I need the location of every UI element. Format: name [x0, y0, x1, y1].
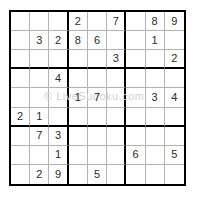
given-digit: 9: [171, 16, 177, 27]
given-digit: 7: [113, 16, 119, 27]
cell-r8c7[interactable]: 6: [126, 146, 145, 165]
cell-r2c9[interactable]: [165, 31, 184, 50]
cell-r6c1[interactable]: 2: [11, 108, 30, 127]
given-digit: 9: [55, 169, 61, 180]
cell-r8c8[interactable]: [146, 146, 165, 165]
cell-r7c2[interactable]: 7: [30, 127, 49, 146]
given-digit: 3: [36, 35, 42, 46]
cell-r4c1[interactable]: [11, 69, 30, 88]
cell-r4c4[interactable]: [69, 69, 88, 88]
cell-r3c8[interactable]: [146, 50, 165, 69]
given-digit: 5: [171, 149, 177, 160]
cell-r3c1[interactable]: [11, 50, 30, 69]
given-digit: 6: [94, 35, 100, 46]
cell-r1c3[interactable]: [49, 12, 68, 31]
cell-r6c2[interactable]: 1: [30, 108, 49, 127]
sudoku-board: 27893286132417342173165295: [9, 10, 186, 186]
given-digit: 2: [17, 111, 23, 122]
cell-r1c5[interactable]: [88, 12, 107, 31]
cell-r8c3[interactable]: 1: [49, 146, 68, 165]
cell-r4c3[interactable]: 4: [49, 69, 68, 88]
given-digit: 4: [171, 92, 177, 103]
cell-r1c9[interactable]: 9: [165, 12, 184, 31]
cell-r4c7[interactable]: [126, 69, 145, 88]
cell-r1c6[interactable]: 7: [107, 12, 126, 31]
cell-r5c9[interactable]: 4: [165, 88, 184, 107]
cell-r2c8[interactable]: 1: [146, 31, 165, 50]
cell-r7c4[interactable]: [69, 127, 88, 146]
cell-r4c9[interactable]: [165, 69, 184, 88]
given-digit: 6: [132, 149, 138, 160]
cell-r1c1[interactable]: [11, 12, 30, 31]
cell-r3c2[interactable]: [30, 50, 49, 69]
cell-r6c3[interactable]: [49, 108, 68, 127]
cell-r9c4[interactable]: [69, 165, 88, 184]
cell-r1c7[interactable]: [126, 12, 145, 31]
cell-r8c2[interactable]: [30, 146, 49, 165]
given-digit: 8: [152, 16, 158, 27]
given-digit: 7: [36, 130, 42, 141]
cell-r4c6[interactable]: [107, 69, 126, 88]
cell-r2c5[interactable]: 6: [88, 31, 107, 50]
cell-r7c5[interactable]: [88, 127, 107, 146]
cell-r6c6[interactable]: [107, 108, 126, 127]
given-digit: 1: [55, 149, 61, 160]
cell-r8c6[interactable]: [107, 146, 126, 165]
cell-r6c7[interactable]: [126, 108, 145, 127]
given-digit: 3: [55, 130, 61, 141]
cell-r5c5[interactable]: 7: [88, 88, 107, 107]
cell-r8c5[interactable]: [88, 146, 107, 165]
given-digit: 2: [36, 169, 42, 180]
cell-r9c5[interactable]: 5: [88, 165, 107, 184]
given-digit: 7: [94, 92, 100, 103]
given-digit: 1: [75, 92, 81, 103]
cell-r1c8[interactable]: 8: [146, 12, 165, 31]
cell-r5c4[interactable]: 1: [69, 88, 88, 107]
cell-r5c3[interactable]: [49, 88, 68, 107]
cell-r4c2[interactable]: [30, 69, 49, 88]
cell-r6c9[interactable]: [165, 108, 184, 127]
cell-r9c9[interactable]: [165, 165, 184, 184]
cell-r5c7[interactable]: [126, 88, 145, 107]
cell-r9c7[interactable]: [126, 165, 145, 184]
cell-r7c1[interactable]: [11, 127, 30, 146]
cell-r7c9[interactable]: [165, 127, 184, 146]
cell-r5c8[interactable]: 3: [146, 88, 165, 107]
given-digit: 3: [152, 92, 158, 103]
cell-r5c2[interactable]: [30, 88, 49, 107]
cell-r2c3[interactable]: 2: [49, 31, 68, 50]
cell-r6c5[interactable]: [88, 108, 107, 127]
cell-r4c8[interactable]: [146, 69, 165, 88]
cell-r9c3[interactable]: 9: [49, 165, 68, 184]
cell-r7c3[interactable]: 3: [49, 127, 68, 146]
cell-r2c6[interactable]: [107, 31, 126, 50]
cell-r3c4[interactable]: [69, 50, 88, 69]
cell-r2c7[interactable]: [126, 31, 145, 50]
given-digit: 2: [55, 35, 61, 46]
cell-r9c8[interactable]: [146, 165, 165, 184]
cell-r7c7[interactable]: [126, 127, 145, 146]
cell-r9c2[interactable]: 2: [30, 165, 49, 184]
cell-r7c8[interactable]: [146, 127, 165, 146]
cell-r7c6[interactable]: [107, 127, 126, 146]
given-digit: 2: [171, 53, 177, 64]
given-digit: 5: [94, 169, 100, 180]
cell-r6c4[interactable]: [69, 108, 88, 127]
cell-r1c2[interactable]: [30, 12, 49, 31]
cell-r3c5[interactable]: [88, 50, 107, 69]
given-digit: 1: [36, 111, 42, 122]
cell-r9c1[interactable]: [11, 165, 30, 184]
given-digit: 8: [75, 35, 81, 46]
cell-r2c1[interactable]: [11, 31, 30, 50]
cell-r5c1[interactable]: [11, 88, 30, 107]
cell-r5c6[interactable]: [107, 88, 126, 107]
given-digit: 2: [75, 16, 81, 27]
cell-r3c7[interactable]: [126, 50, 145, 69]
cell-r8c4[interactable]: [69, 146, 88, 165]
cell-r6c8[interactable]: [146, 108, 165, 127]
given-digit: 3: [113, 53, 119, 64]
cell-r3c3[interactable]: [49, 50, 68, 69]
cell-r2c4[interactable]: 8: [69, 31, 88, 50]
cell-r8c9[interactable]: 5: [165, 146, 184, 165]
given-digit: 4: [55, 73, 61, 84]
cell-r9c6[interactable]: [107, 165, 126, 184]
cell-r1c4[interactable]: 2: [69, 12, 88, 31]
cell-r2c2[interactable]: 3: [30, 31, 49, 50]
given-digit: 1: [152, 35, 158, 46]
cell-r8c1[interactable]: [11, 146, 30, 165]
cell-r4c5[interactable]: [88, 69, 107, 88]
cell-r3c9[interactable]: 2: [165, 50, 184, 69]
cell-r3c6[interactable]: 3: [107, 50, 126, 69]
